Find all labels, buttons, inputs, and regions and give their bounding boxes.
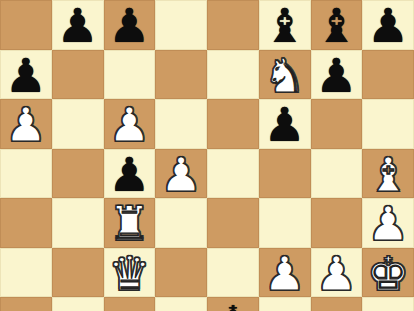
square-c2[interactable]: ♛ xyxy=(104,248,156,298)
white-pawn-g2[interactable]: ♟ xyxy=(315,249,357,299)
square-c1[interactable] xyxy=(104,297,156,311)
square-e5[interactable] xyxy=(207,99,259,149)
square-e1[interactable]: ♚ xyxy=(207,297,259,311)
square-c7[interactable]: ♟ xyxy=(104,0,156,50)
square-a7[interactable] xyxy=(0,0,52,50)
white-king-h2[interactable]: ♚ xyxy=(367,249,409,299)
black-pawn-c7[interactable]: ♟ xyxy=(108,1,150,51)
square-f4[interactable] xyxy=(259,149,311,199)
black-pawn-a6[interactable]: ♟ xyxy=(5,51,47,101)
square-b5[interactable] xyxy=(52,99,104,149)
white-pawn-f2[interactable]: ♟ xyxy=(264,249,306,299)
square-g5[interactable] xyxy=(311,99,363,149)
square-d7[interactable] xyxy=(155,0,207,50)
square-e4[interactable] xyxy=(207,149,259,199)
white-queen-c2[interactable]: ♛ xyxy=(108,249,150,299)
square-b3[interactable] xyxy=(52,198,104,248)
square-a6[interactable]: ♟ xyxy=(0,50,52,100)
square-d6[interactable] xyxy=(155,50,207,100)
square-b6[interactable] xyxy=(52,50,104,100)
square-c4[interactable]: ♟ xyxy=(104,149,156,199)
square-e6[interactable] xyxy=(207,50,259,100)
square-a1[interactable] xyxy=(0,297,52,311)
square-b2[interactable] xyxy=(52,248,104,298)
square-f5[interactable]: ♟ xyxy=(259,99,311,149)
square-d3[interactable] xyxy=(155,198,207,248)
square-e3[interactable] xyxy=(207,198,259,248)
square-h4[interactable]: ♝ xyxy=(362,149,414,199)
black-pawn-g6[interactable]: ♟ xyxy=(315,51,357,101)
square-b4[interactable] xyxy=(52,149,104,199)
chess-board-screenshot: ♟♟♝♝♟♟♞♟♟♟♟♟♟♝♜♟♛♟♟♚♚ xyxy=(0,0,414,311)
square-h2[interactable]: ♚ xyxy=(362,248,414,298)
square-c5[interactable]: ♟ xyxy=(104,99,156,149)
white-knight-f6[interactable]: ♞ xyxy=(264,51,306,101)
black-bishop-f7[interactable]: ♝ xyxy=(264,1,306,51)
white-pawn-h3[interactable]: ♟ xyxy=(367,199,409,249)
square-g2[interactable]: ♟ xyxy=(311,248,363,298)
square-h1[interactable] xyxy=(362,297,414,311)
square-d1[interactable] xyxy=(155,297,207,311)
square-f7[interactable]: ♝ xyxy=(259,0,311,50)
square-e7[interactable] xyxy=(207,0,259,50)
black-pawn-b7[interactable]: ♟ xyxy=(57,1,99,51)
square-e2[interactable] xyxy=(207,248,259,298)
black-unknown-e1[interactable]: ♚ xyxy=(212,298,254,311)
square-h7[interactable]: ♟ xyxy=(362,0,414,50)
square-d5[interactable] xyxy=(155,99,207,149)
white-bishop-h4[interactable]: ♝ xyxy=(367,150,409,200)
black-pawn-f5[interactable]: ♟ xyxy=(264,100,306,150)
square-b1[interactable] xyxy=(52,297,104,311)
square-f2[interactable]: ♟ xyxy=(259,248,311,298)
square-h5[interactable] xyxy=(362,99,414,149)
square-f6[interactable]: ♞ xyxy=(259,50,311,100)
black-bishop-g7[interactable]: ♝ xyxy=(315,1,357,51)
square-g7[interactable]: ♝ xyxy=(311,0,363,50)
square-a2[interactable] xyxy=(0,248,52,298)
square-d2[interactable] xyxy=(155,248,207,298)
square-h6[interactable] xyxy=(362,50,414,100)
square-f1[interactable] xyxy=(259,297,311,311)
white-pawn-c5[interactable]: ♟ xyxy=(108,100,150,150)
square-b7[interactable]: ♟ xyxy=(52,0,104,50)
black-pawn-h7[interactable]: ♟ xyxy=(367,1,409,51)
black-pawn-c4[interactable]: ♟ xyxy=(108,150,150,200)
square-g3[interactable] xyxy=(311,198,363,248)
square-a3[interactable] xyxy=(0,198,52,248)
square-a5[interactable]: ♟ xyxy=(0,99,52,149)
square-a4[interactable] xyxy=(0,149,52,199)
square-g4[interactable] xyxy=(311,149,363,199)
chess-board[interactable]: ♟♟♝♝♟♟♞♟♟♟♟♟♟♝♜♟♛♟♟♚♚ xyxy=(0,0,414,311)
square-h3[interactable]: ♟ xyxy=(362,198,414,248)
square-c6[interactable] xyxy=(104,50,156,100)
square-g6[interactable]: ♟ xyxy=(311,50,363,100)
square-d4[interactable]: ♟ xyxy=(155,149,207,199)
square-g1[interactable] xyxy=(311,297,363,311)
white-pawn-a5[interactable]: ♟ xyxy=(5,100,47,150)
white-pawn-d4[interactable]: ♟ xyxy=(160,150,202,200)
white-rook-c3[interactable]: ♜ xyxy=(108,199,150,249)
square-c3[interactable]: ♜ xyxy=(104,198,156,248)
square-f3[interactable] xyxy=(259,198,311,248)
